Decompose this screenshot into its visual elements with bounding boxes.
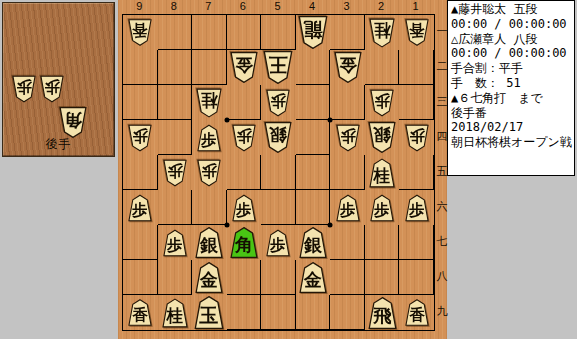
board-cell [192, 190, 227, 225]
board-cell [365, 50, 400, 85]
star-point [224, 118, 229, 123]
svg-text:歩: 歩 [235, 201, 251, 219]
board-cell [227, 155, 262, 190]
file-labels: 987654321 [122, 0, 434, 13]
hand-piece: 歩 [12, 75, 36, 107]
piece-85: 歩 [163, 159, 187, 187]
file-label: 6 [226, 0, 261, 13]
piece-96: 歩 [128, 194, 152, 222]
svg-text:香: 香 [132, 21, 149, 39]
kifu-info-panel: ▲藤井聡太 五段00:00 / 00:00:00△広瀬章人 八段00:00 / … [447, 0, 575, 176]
piece-19: 香 [405, 298, 429, 327]
shogi-board: 987654321 香龍桂香金王金桂歩歩歩歩歩銀歩銀歩歩歩桂歩歩歩歩歩歩銀角歩銀… [118, 0, 447, 339]
svg-text:銀: 銀 [268, 125, 288, 146]
file-label: 3 [329, 0, 364, 13]
gote-hand-tray: 後手 歩歩角 [2, 2, 115, 157]
svg-text:歩: 歩 [44, 78, 60, 96]
board-cell [261, 155, 296, 190]
board-cell [261, 295, 296, 330]
board-grid: 香龍桂香金王金桂歩歩歩歩歩銀歩銀歩歩歩桂歩歩歩歩歩歩銀角歩銀金金香桂玉飛香 [122, 14, 435, 331]
piece-67: 角 [230, 227, 258, 258]
svg-text:歩: 歩 [201, 131, 217, 149]
svg-text:龍: 龍 [302, 19, 323, 41]
star-point [328, 223, 333, 228]
board-cell [296, 85, 331, 120]
svg-text:歩: 歩 [374, 91, 390, 109]
board-cell [296, 190, 331, 225]
info-line: 手 数： 51 [451, 76, 574, 91]
piece-25: 桂 [369, 158, 395, 188]
piece-57: 歩 [266, 229, 290, 257]
board-cell [261, 15, 296, 50]
svg-text:飛: 飛 [372, 304, 391, 325]
board-cell [158, 15, 193, 50]
info-line: ▲藤井聡太 五段 [451, 2, 574, 17]
board-cell [123, 50, 158, 85]
svg-text:金: 金 [235, 55, 254, 76]
board-cell [123, 225, 158, 260]
board-cell [123, 85, 158, 120]
svg-text:歩: 歩 [167, 161, 183, 179]
piece-64: 歩 [232, 124, 256, 152]
info-line: 00:00 / 00:00:00 [451, 46, 574, 61]
board-cell [192, 15, 227, 50]
board-cell [158, 85, 193, 120]
svg-text:歩: 歩 [270, 236, 286, 254]
board-cell [399, 225, 434, 260]
info-line: 00:00 / 00:00:00 [451, 17, 574, 32]
piece-26: 歩 [370, 194, 394, 222]
svg-text:銀: 銀 [303, 234, 323, 255]
info-line: 2018/02/17 [451, 120, 574, 135]
board-cell [399, 85, 434, 120]
piece-24: 銀 [368, 122, 396, 153]
svg-text:銀: 銀 [199, 234, 219, 255]
info-line: 朝日杯将棋オープン戦 [451, 135, 574, 150]
piece-36: 歩 [336, 194, 360, 222]
board-cell [330, 85, 365, 120]
piece-16: 歩 [405, 194, 429, 222]
board-cell [227, 295, 262, 330]
svg-text:玉: 玉 [199, 304, 219, 326]
board-cell [365, 260, 400, 295]
board-cell [192, 50, 227, 85]
piece-52: 王 [263, 51, 293, 84]
board-cell [296, 50, 331, 85]
piece-99: 香 [128, 298, 152, 327]
file-label: 5 [260, 0, 295, 13]
info-line: ▲６七角打 まで [451, 91, 574, 106]
svg-text:歩: 歩 [202, 161, 218, 179]
info-line: 後手番 [451, 106, 574, 121]
file-label: 7 [191, 0, 226, 13]
piece-79: 玉 [194, 296, 224, 329]
piece-29: 飛 [368, 297, 397, 329]
board-cell [330, 260, 365, 295]
svg-text:金: 金 [199, 269, 218, 290]
svg-text:桂: 桂 [166, 304, 184, 324]
svg-text:香: 香 [132, 306, 149, 324]
svg-text:金: 金 [303, 269, 322, 290]
file-label: 2 [364, 0, 399, 13]
board-cell [261, 190, 296, 225]
piece-23: 歩 [370, 89, 394, 117]
board-cell [399, 155, 434, 190]
board-cell [296, 155, 331, 190]
piece-21: 桂 [369, 18, 395, 48]
board-cell [296, 295, 331, 330]
svg-text:歩: 歩 [166, 236, 182, 254]
piece-48: 金 [299, 262, 327, 293]
piece-47: 銀 [299, 227, 327, 258]
piece-75: 歩 [197, 159, 221, 187]
info-line: △広瀬章人 八段 [451, 32, 574, 47]
svg-text:角: 角 [234, 234, 253, 255]
piece-41: 龍 [298, 16, 328, 49]
svg-text:歩: 歩 [373, 201, 389, 219]
board-cell [123, 260, 158, 295]
svg-text:桂: 桂 [373, 164, 391, 184]
svg-text:桂: 桂 [201, 91, 219, 111]
board-cell [365, 225, 400, 260]
board-cell [158, 190, 193, 225]
board-cell [123, 155, 158, 190]
piece-91: 香 [128, 18, 152, 47]
svg-text:歩: 歩 [271, 91, 287, 109]
board-cell [158, 50, 193, 85]
piece-62: 金 [230, 52, 258, 83]
svg-text:歩: 歩 [408, 201, 424, 219]
board-cell [158, 120, 193, 155]
right-column: ▲藤井聡太 五段00:00 / 00:00:00△広瀬章人 八段00:00 / … [447, 0, 577, 339]
svg-text:銀: 銀 [372, 125, 392, 146]
svg-text:角: 角 [64, 110, 83, 131]
svg-text:歩: 歩 [16, 78, 32, 96]
board-cell [158, 260, 193, 295]
board-cell [399, 260, 434, 295]
svg-text:歩: 歩 [340, 126, 356, 144]
file-label: 9 [122, 0, 157, 13]
svg-text:香: 香 [408, 306, 425, 324]
piece-54: 銀 [264, 122, 292, 153]
piece-77: 銀 [195, 227, 223, 258]
svg-text:歩: 歩 [132, 201, 148, 219]
svg-text:歩: 歩 [339, 201, 355, 219]
board-cell [399, 50, 434, 85]
piece-74: 歩 [197, 124, 221, 152]
piece-53: 歩 [266, 89, 290, 117]
board-cell [261, 260, 296, 295]
hand-piece: 歩 [40, 75, 64, 107]
board-cell [330, 225, 365, 260]
board-cell [330, 15, 365, 50]
board-cell [330, 295, 365, 330]
svg-text:歩: 歩 [409, 126, 425, 144]
star-point [224, 223, 229, 228]
svg-text:金: 金 [338, 55, 357, 76]
board-cell [296, 120, 331, 155]
piece-32: 金 [334, 52, 362, 83]
piece-78: 金 [195, 262, 223, 293]
piece-14: 歩 [405, 124, 429, 152]
piece-66: 歩 [232, 194, 256, 222]
svg-text:歩: 歩 [133, 126, 149, 144]
svg-text:王: 王 [269, 54, 289, 76]
board-cell [330, 155, 365, 190]
file-label: 8 [157, 0, 192, 13]
board-cell [227, 260, 262, 295]
file-label: 1 [398, 0, 433, 13]
hand-piece: 角 [59, 107, 87, 142]
info-line: 手合割：平手 [451, 61, 574, 76]
piece-87: 歩 [163, 229, 187, 257]
svg-text:歩: 歩 [236, 126, 252, 144]
piece-94: 歩 [128, 124, 152, 152]
shogi-kifu-window: 後手 歩歩角 987654321 香龍桂香金王金桂歩歩歩歩歩銀歩銀歩歩歩桂歩歩歩… [0, 0, 577, 339]
board-cell [227, 85, 262, 120]
star-point [328, 118, 333, 123]
piece-73: 桂 [196, 88, 222, 118]
piece-34: 歩 [336, 124, 360, 152]
board-cell [227, 15, 262, 50]
piece-11: 香 [405, 18, 429, 47]
piece-89: 桂 [162, 298, 188, 328]
svg-text:桂: 桂 [373, 21, 391, 41]
file-label: 4 [295, 0, 330, 13]
svg-text:香: 香 [408, 21, 425, 39]
